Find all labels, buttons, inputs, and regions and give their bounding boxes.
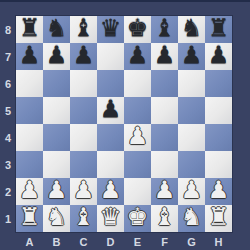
chess-diagram: 87654321 ♜♞♝♛♚♝♞♜♟♟♟♟♟♟♟♟♟♟♟♟♟♟♟♟♜♞♝♛♚♝♞… — [0, 0, 250, 250]
black-pawn: ♟ — [127, 42, 149, 69]
square-f8[interactable]: ♝ — [151, 16, 178, 43]
square-d5[interactable]: ♟ — [97, 97, 124, 124]
square-f7[interactable]: ♟ — [151, 43, 178, 70]
white-knight: ♞ — [181, 204, 203, 231]
square-c1[interactable]: ♝ — [70, 205, 97, 232]
file-label-g: G — [178, 233, 205, 250]
square-h3[interactable] — [205, 151, 232, 178]
square-f2[interactable]: ♟ — [151, 178, 178, 205]
square-b5[interactable] — [43, 97, 70, 124]
white-king: ♚ — [127, 204, 149, 231]
square-h6[interactable] — [205, 70, 232, 97]
black-king: ♚ — [127, 15, 149, 42]
square-g8[interactable]: ♞ — [178, 16, 205, 43]
file-labels: ABCDEFGH — [16, 233, 232, 250]
rank-label-4: 4 — [0, 124, 16, 151]
square-h4[interactable] — [205, 124, 232, 151]
rank-label-7: 7 — [0, 43, 16, 70]
square-g5[interactable] — [178, 97, 205, 124]
square-a1[interactable]: ♜ — [16, 205, 43, 232]
square-f1[interactable]: ♝ — [151, 205, 178, 232]
square-d8[interactable]: ♛ — [97, 16, 124, 43]
black-pawn: ♟ — [181, 42, 203, 69]
rank-label-2: 2 — [0, 178, 16, 205]
white-pawn: ♟ — [19, 177, 41, 204]
square-b1[interactable]: ♞ — [43, 205, 70, 232]
white-rook: ♜ — [208, 204, 230, 231]
square-g7[interactable]: ♟ — [178, 43, 205, 70]
square-b7[interactable]: ♟ — [43, 43, 70, 70]
square-f3[interactable] — [151, 151, 178, 178]
square-d4[interactable] — [97, 124, 124, 151]
black-pawn: ♟ — [73, 42, 95, 69]
white-rook: ♜ — [19, 204, 41, 231]
black-pawn: ♟ — [19, 42, 41, 69]
rank-label-1: 1 — [0, 205, 16, 232]
black-bishop: ♝ — [73, 15, 95, 42]
square-h7[interactable]: ♟ — [205, 43, 232, 70]
square-d6[interactable] — [97, 70, 124, 97]
square-c3[interactable] — [70, 151, 97, 178]
file-label-f: F — [151, 233, 178, 250]
white-pawn: ♟ — [46, 177, 68, 204]
white-pawn: ♟ — [154, 177, 176, 204]
black-bishop: ♝ — [154, 15, 176, 42]
black-queen: ♛ — [100, 15, 122, 42]
file-label-d: D — [97, 233, 124, 250]
square-b2[interactable]: ♟ — [43, 178, 70, 205]
square-c2[interactable]: ♟ — [70, 178, 97, 205]
chess-board: ♜♞♝♛♚♝♞♜♟♟♟♟♟♟♟♟♟♟♟♟♟♟♟♟♜♞♝♛♚♝♞♜ — [15, 15, 233, 233]
square-h2[interactable]: ♟ — [205, 178, 232, 205]
white-pawn: ♟ — [100, 177, 122, 204]
square-a5[interactable] — [16, 97, 43, 124]
square-e4[interactable]: ♟ — [124, 124, 151, 151]
file-label-c: C — [70, 233, 97, 250]
square-d1[interactable]: ♛ — [97, 205, 124, 232]
white-pawn: ♟ — [208, 177, 230, 204]
file-label-a: A — [16, 233, 43, 250]
square-b6[interactable] — [43, 70, 70, 97]
square-b3[interactable] — [43, 151, 70, 178]
square-g1[interactable]: ♞ — [178, 205, 205, 232]
square-e5[interactable] — [124, 97, 151, 124]
file-label-h: H — [205, 233, 232, 250]
square-c5[interactable] — [70, 97, 97, 124]
square-d2[interactable]: ♟ — [97, 178, 124, 205]
square-a6[interactable] — [16, 70, 43, 97]
white-bishop: ♝ — [73, 204, 95, 231]
square-c8[interactable]: ♝ — [70, 16, 97, 43]
rank-label-6: 6 — [0, 70, 16, 97]
white-knight: ♞ — [46, 204, 68, 231]
square-c4[interactable] — [70, 124, 97, 151]
square-d3[interactable] — [97, 151, 124, 178]
square-e8[interactable]: ♚ — [124, 16, 151, 43]
white-queen: ♛ — [100, 204, 122, 231]
rank-label-3: 3 — [0, 151, 16, 178]
square-a2[interactable]: ♟ — [16, 178, 43, 205]
square-d7[interactable] — [97, 43, 124, 70]
black-rook: ♜ — [19, 15, 41, 42]
square-g2[interactable]: ♟ — [178, 178, 205, 205]
square-a3[interactable] — [16, 151, 43, 178]
square-e1[interactable]: ♚ — [124, 205, 151, 232]
square-a8[interactable]: ♜ — [16, 16, 43, 43]
square-a4[interactable] — [16, 124, 43, 151]
black-pawn: ♟ — [208, 42, 230, 69]
square-c6[interactable] — [70, 70, 97, 97]
square-g3[interactable] — [178, 151, 205, 178]
white-bishop: ♝ — [154, 204, 176, 231]
black-pawn: ♟ — [46, 42, 68, 69]
square-f4[interactable] — [151, 124, 178, 151]
square-h1[interactable]: ♜ — [205, 205, 232, 232]
square-e2[interactable] — [124, 178, 151, 205]
square-f6[interactable] — [151, 70, 178, 97]
black-pawn: ♟ — [100, 96, 122, 123]
black-rook: ♜ — [208, 15, 230, 42]
square-b8[interactable]: ♞ — [43, 16, 70, 43]
square-h8[interactable]: ♜ — [205, 16, 232, 43]
white-pawn: ♟ — [73, 177, 95, 204]
square-e3[interactable] — [124, 151, 151, 178]
square-h5[interactable] — [205, 97, 232, 124]
square-b4[interactable] — [43, 124, 70, 151]
black-knight: ♞ — [46, 15, 68, 42]
file-label-b: B — [43, 233, 70, 250]
white-pawn: ♟ — [181, 177, 203, 204]
rank-label-5: 5 — [0, 97, 16, 124]
square-c7[interactable]: ♟ — [70, 43, 97, 70]
file-label-e: E — [124, 233, 151, 250]
square-e7[interactable]: ♟ — [124, 43, 151, 70]
black-pawn: ♟ — [154, 42, 176, 69]
square-a7[interactable]: ♟ — [16, 43, 43, 70]
rank-label-8: 8 — [0, 16, 16, 43]
black-knight: ♞ — [181, 15, 203, 42]
square-e6[interactable] — [124, 70, 151, 97]
rank-labels: 87654321 — [0, 16, 16, 232]
square-g6[interactable] — [178, 70, 205, 97]
white-pawn: ♟ — [127, 123, 149, 150]
square-g4[interactable] — [178, 124, 205, 151]
square-f5[interactable] — [151, 97, 178, 124]
